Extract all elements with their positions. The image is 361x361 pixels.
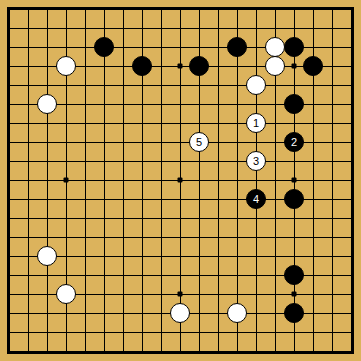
move-4-stone: 4 (246, 189, 266, 209)
move-1-stone: 1 (246, 113, 266, 133)
white-stone (56, 56, 76, 76)
move-3-stone: 3 (246, 151, 266, 171)
black-stone (284, 265, 304, 285)
black-stone (132, 56, 152, 76)
grid-line-horizontal (9, 351, 352, 352)
white-stone (37, 94, 57, 114)
black-stone (284, 37, 304, 57)
grid-line-horizontal (9, 218, 352, 219)
grid-line-vertical (332, 9, 333, 352)
star-point (292, 64, 297, 69)
white-stone (56, 284, 76, 304)
white-stone (246, 75, 266, 95)
black-stone (227, 37, 247, 57)
go-board: 12345 (0, 0, 361, 361)
black-stone (189, 56, 209, 76)
move-2-stone: 2 (284, 132, 304, 152)
grid-line-horizontal (9, 332, 352, 333)
grid-line-horizontal (9, 256, 352, 257)
black-stone (94, 37, 114, 57)
white-stone (265, 37, 285, 57)
go-board-diagram: 12345 (0, 0, 361, 361)
star-point (292, 178, 297, 183)
white-stone (265, 56, 285, 76)
star-point (292, 292, 297, 297)
black-stone (303, 56, 323, 76)
grid-line-vertical (237, 9, 238, 352)
white-stone (37, 246, 57, 266)
star-point (64, 178, 69, 183)
black-stone (284, 303, 304, 323)
black-stone (284, 189, 304, 209)
grid-line-vertical (218, 9, 219, 352)
white-stone (170, 303, 190, 323)
star-point (178, 178, 183, 183)
star-point (178, 64, 183, 69)
grid-line-vertical (256, 9, 257, 352)
black-stone (284, 94, 304, 114)
white-stone (227, 303, 247, 323)
grid-line-horizontal (9, 237, 352, 238)
grid-line-vertical (351, 9, 352, 352)
move-5-stone: 5 (189, 132, 209, 152)
star-point (178, 292, 183, 297)
